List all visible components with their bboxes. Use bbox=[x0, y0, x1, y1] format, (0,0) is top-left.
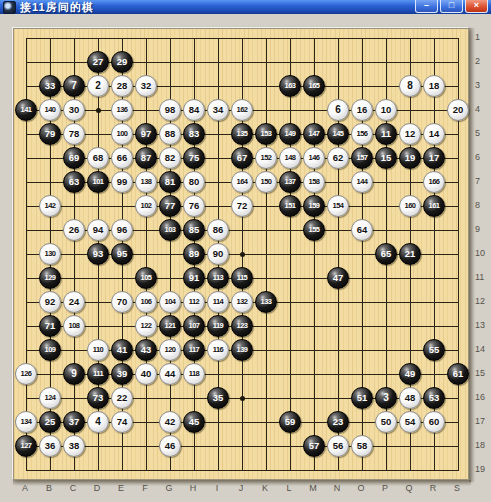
move-number: 101 bbox=[92, 178, 103, 186]
move-number: 107 bbox=[188, 322, 199, 330]
stone-white-88: 88 bbox=[159, 123, 181, 145]
move-number: 37 bbox=[69, 417, 80, 427]
stone-white-44: 44 bbox=[159, 363, 181, 385]
stone-black-159: 159 bbox=[303, 195, 325, 217]
move-number: 120 bbox=[164, 346, 175, 354]
stone-white-76: 76 bbox=[183, 195, 205, 217]
move-number: 42 bbox=[165, 417, 176, 427]
move-number: 76 bbox=[189, 201, 200, 211]
move-number: 59 bbox=[285, 417, 296, 427]
move-number: 121 bbox=[164, 322, 175, 330]
stone-white-148: 148 bbox=[279, 147, 301, 169]
column-label: D bbox=[89, 483, 105, 493]
move-number: 93 bbox=[93, 249, 104, 259]
stone-white-34: 34 bbox=[207, 99, 229, 121]
move-number: 119 bbox=[213, 322, 224, 330]
move-number: 115 bbox=[237, 274, 248, 282]
move-number: 48 bbox=[405, 393, 416, 403]
move-number: 140 bbox=[44, 106, 55, 114]
row-label: 17 bbox=[475, 416, 491, 427]
stone-black-119: 119 bbox=[207, 315, 229, 337]
row-label: 4 bbox=[475, 104, 491, 115]
stone-black-37: 37 bbox=[63, 411, 85, 433]
stone-white-152: 152 bbox=[255, 147, 277, 169]
column-label: K bbox=[257, 483, 273, 493]
stone-white-90: 90 bbox=[207, 243, 229, 265]
stone-black-11: 11 bbox=[375, 123, 397, 145]
move-number: 24 bbox=[69, 297, 80, 307]
column-coordinates: ABCDEFGHIJKLMNOPQRS bbox=[13, 481, 469, 497]
column-label: F bbox=[137, 483, 153, 493]
move-number: 88 bbox=[165, 129, 176, 139]
stone-white-160: 160 bbox=[399, 195, 421, 217]
row-label: 11 bbox=[475, 272, 491, 283]
minimize-button[interactable]: – bbox=[415, 0, 438, 13]
app-window: 接11房间的棋 – □ × 23467891011121415161718192… bbox=[0, 0, 491, 502]
stone-black-45: 45 bbox=[183, 411, 205, 433]
stone-black-57: 57 bbox=[303, 435, 325, 457]
move-number: 141 bbox=[20, 106, 31, 114]
column-label: J bbox=[233, 483, 249, 493]
move-number: 158 bbox=[308, 178, 319, 186]
move-number: 102 bbox=[140, 202, 151, 210]
stone-black-19: 19 bbox=[399, 147, 421, 169]
move-number: 80 bbox=[189, 177, 200, 187]
move-number: 4 bbox=[95, 417, 101, 427]
stone-black-163: 163 bbox=[279, 75, 301, 97]
move-number: 132 bbox=[236, 298, 247, 306]
move-number: 151 bbox=[284, 202, 295, 210]
stone-white-12: 12 bbox=[399, 123, 421, 145]
move-number: 148 bbox=[284, 154, 295, 162]
stone-black-61: 61 bbox=[447, 363, 469, 385]
move-number: 165 bbox=[308, 82, 319, 90]
stone-black-35: 35 bbox=[207, 387, 229, 409]
stone-black-133: 133 bbox=[255, 291, 277, 313]
stone-black-83: 83 bbox=[183, 123, 205, 145]
column-label: G bbox=[161, 483, 177, 493]
stone-white-124: 124 bbox=[39, 387, 61, 409]
move-number: 122 bbox=[140, 322, 151, 330]
move-number: 30 bbox=[69, 105, 80, 115]
stone-white-126: 126 bbox=[15, 363, 37, 385]
stone-white-94: 94 bbox=[87, 219, 109, 241]
move-number: 159 bbox=[308, 202, 319, 210]
stone-black-139: 139 bbox=[231, 339, 253, 361]
move-number: 91 bbox=[189, 273, 200, 283]
row-label: 15 bbox=[475, 368, 491, 379]
stone-black-137: 137 bbox=[279, 171, 301, 193]
move-number: 66 bbox=[117, 153, 128, 163]
stone-black-165: 165 bbox=[303, 75, 325, 97]
stone-white-50: 50 bbox=[375, 411, 397, 433]
move-number: 109 bbox=[44, 346, 55, 354]
move-number: 139 bbox=[236, 346, 247, 354]
grid-line-horizontal bbox=[26, 446, 459, 447]
star-point bbox=[96, 108, 101, 113]
row-label: 12 bbox=[475, 296, 491, 307]
stone-black-123: 123 bbox=[231, 315, 253, 337]
stone-black-47: 47 bbox=[327, 267, 349, 289]
move-number: 137 bbox=[284, 178, 295, 186]
move-number: 74 bbox=[117, 417, 128, 427]
move-number: 6 bbox=[335, 105, 341, 115]
title-bar: 接11房间的棋 – □ × bbox=[0, 0, 491, 14]
stone-black-17: 17 bbox=[423, 147, 445, 169]
stone-white-32: 32 bbox=[135, 75, 157, 97]
maximize-button[interactable]: □ bbox=[440, 0, 463, 13]
stone-white-130: 130 bbox=[39, 243, 61, 265]
stone-white-8: 8 bbox=[399, 75, 421, 97]
move-number: 126 bbox=[20, 370, 31, 378]
column-label: R bbox=[425, 483, 441, 493]
stone-white-18: 18 bbox=[423, 75, 445, 97]
row-label: 5 bbox=[475, 128, 491, 139]
stone-black-77: 77 bbox=[159, 195, 181, 217]
move-number: 33 bbox=[45, 81, 56, 91]
stone-black-49: 49 bbox=[399, 363, 421, 385]
move-number: 92 bbox=[45, 297, 56, 307]
move-number: 3 bbox=[383, 393, 389, 403]
move-number: 62 bbox=[333, 153, 344, 163]
stone-white-112: 112 bbox=[183, 291, 205, 313]
move-number: 22 bbox=[117, 393, 128, 403]
move-number: 155 bbox=[308, 226, 319, 234]
stone-white-164: 164 bbox=[231, 171, 253, 193]
stone-white-42: 42 bbox=[159, 411, 181, 433]
stone-white-66: 66 bbox=[111, 147, 133, 169]
column-label: C bbox=[65, 483, 81, 493]
stone-black-115: 115 bbox=[231, 267, 253, 289]
move-number: 118 bbox=[189, 370, 200, 378]
move-number: 47 bbox=[333, 273, 344, 283]
move-number: 95 bbox=[117, 249, 128, 259]
move-number: 65 bbox=[381, 249, 392, 259]
stone-white-96: 96 bbox=[111, 219, 133, 241]
move-number: 106 bbox=[140, 298, 151, 306]
move-number: 46 bbox=[165, 441, 176, 451]
stone-white-82: 82 bbox=[159, 147, 181, 169]
move-number: 7 bbox=[71, 81, 77, 91]
stone-white-122: 122 bbox=[135, 315, 157, 337]
move-number: 134 bbox=[20, 418, 31, 426]
move-number: 38 bbox=[69, 441, 80, 451]
stone-black-101: 101 bbox=[87, 171, 109, 193]
move-number: 77 bbox=[165, 201, 176, 211]
move-number: 86 bbox=[213, 225, 224, 235]
column-label: H bbox=[185, 483, 201, 493]
move-number: 156 bbox=[356, 130, 367, 138]
stone-black-93: 93 bbox=[87, 243, 109, 265]
stone-white-22: 22 bbox=[111, 387, 133, 409]
row-label: 9 bbox=[475, 224, 491, 235]
stone-white-106: 106 bbox=[135, 291, 157, 313]
stone-white-40: 40 bbox=[135, 363, 157, 385]
stone-black-9: 9 bbox=[63, 363, 85, 385]
move-number: 133 bbox=[260, 298, 271, 306]
move-number: 55 bbox=[429, 345, 440, 355]
stone-black-71: 71 bbox=[39, 315, 61, 337]
column-label: O bbox=[353, 483, 369, 493]
column-label: B bbox=[41, 483, 57, 493]
move-number: 21 bbox=[405, 249, 416, 259]
stone-white-56: 56 bbox=[327, 435, 349, 457]
move-number: 129 bbox=[44, 274, 55, 282]
stone-white-142: 142 bbox=[39, 195, 61, 217]
stone-white-2: 2 bbox=[87, 75, 109, 97]
stone-white-120: 120 bbox=[159, 339, 181, 361]
move-number: 73 bbox=[93, 393, 104, 403]
stone-black-111: 111 bbox=[87, 363, 109, 385]
grid-line-vertical bbox=[290, 38, 291, 471]
stone-black-73: 73 bbox=[87, 387, 109, 409]
move-number: 117 bbox=[189, 346, 200, 354]
stone-black-155: 155 bbox=[303, 219, 325, 241]
stone-black-135: 135 bbox=[231, 123, 253, 145]
move-number: 20 bbox=[453, 105, 464, 115]
move-number: 43 bbox=[141, 345, 152, 355]
stone-black-59: 59 bbox=[279, 411, 301, 433]
grid-line-vertical bbox=[314, 38, 315, 471]
row-label: 14 bbox=[475, 344, 491, 355]
stone-white-74: 74 bbox=[111, 411, 133, 433]
stone-black-127: 127 bbox=[15, 435, 37, 457]
stone-white-86: 86 bbox=[207, 219, 229, 241]
move-number: 96 bbox=[117, 225, 128, 235]
move-number: 29 bbox=[117, 57, 128, 67]
move-number: 87 bbox=[141, 153, 152, 163]
column-label: S bbox=[449, 483, 465, 493]
stone-white-146: 146 bbox=[303, 147, 325, 169]
move-number: 28 bbox=[117, 81, 128, 91]
move-number: 72 bbox=[237, 201, 248, 211]
move-number: 142 bbox=[44, 202, 55, 210]
column-label: E bbox=[113, 483, 129, 493]
move-number: 83 bbox=[189, 129, 200, 139]
stone-black-65: 65 bbox=[375, 243, 397, 265]
row-label: 19 bbox=[475, 464, 491, 475]
move-number: 12 bbox=[405, 129, 416, 139]
move-number: 16 bbox=[357, 105, 368, 115]
stone-white-136: 136 bbox=[111, 99, 133, 121]
stone-white-36: 36 bbox=[39, 435, 61, 457]
move-number: 147 bbox=[308, 130, 319, 138]
move-number: 100 bbox=[116, 130, 127, 138]
row-coordinates: 12345678910111213141516171819 bbox=[470, 28, 491, 480]
move-number: 111 bbox=[93, 370, 103, 378]
move-number: 69 bbox=[69, 153, 80, 163]
stone-white-26: 26 bbox=[63, 219, 85, 241]
row-label: 7 bbox=[475, 176, 491, 187]
move-number: 34 bbox=[213, 105, 224, 115]
row-label: 3 bbox=[475, 80, 491, 91]
move-number: 144 bbox=[356, 178, 367, 186]
move-number: 18 bbox=[429, 81, 440, 91]
stone-black-27: 27 bbox=[87, 51, 109, 73]
move-number: 84 bbox=[189, 105, 200, 115]
move-number: 17 bbox=[429, 153, 440, 163]
move-number: 15 bbox=[381, 153, 392, 163]
move-number: 94 bbox=[93, 225, 104, 235]
close-button[interactable]: × bbox=[465, 0, 488, 13]
stone-white-60: 60 bbox=[423, 411, 445, 433]
stone-white-98: 98 bbox=[159, 99, 181, 121]
stone-white-118: 118 bbox=[183, 363, 205, 385]
move-number: 90 bbox=[213, 249, 224, 259]
stone-white-64: 64 bbox=[351, 219, 373, 241]
stone-black-149: 149 bbox=[279, 123, 301, 145]
stone-black-89: 89 bbox=[183, 243, 205, 265]
move-number: 49 bbox=[405, 369, 416, 379]
go-board[interactable]: 2346789101112141516171819202122232425262… bbox=[13, 28, 469, 480]
move-number: 116 bbox=[213, 346, 224, 354]
stone-white-102: 102 bbox=[135, 195, 157, 217]
stone-black-103: 103 bbox=[159, 219, 181, 241]
move-number: 99 bbox=[117, 177, 128, 187]
stone-black-161: 161 bbox=[423, 195, 445, 217]
stone-white-166: 166 bbox=[423, 171, 445, 193]
stone-black-97: 97 bbox=[135, 123, 157, 145]
stone-black-121: 121 bbox=[159, 315, 181, 337]
move-number: 112 bbox=[189, 298, 200, 306]
stone-white-138: 138 bbox=[135, 171, 157, 193]
move-number: 157 bbox=[356, 154, 367, 162]
stone-white-99: 99 bbox=[111, 171, 133, 193]
window-title: 接11房间的棋 bbox=[20, 0, 94, 14]
stone-white-68: 68 bbox=[87, 147, 109, 169]
stone-white-48: 48 bbox=[399, 387, 421, 409]
stone-white-108: 108 bbox=[63, 315, 85, 337]
stone-black-69: 69 bbox=[63, 147, 85, 169]
move-number: 35 bbox=[213, 393, 224, 403]
stone-black-113: 113 bbox=[207, 267, 229, 289]
move-number: 153 bbox=[260, 130, 271, 138]
stone-white-14: 14 bbox=[423, 123, 445, 145]
stone-black-53: 53 bbox=[423, 387, 445, 409]
move-number: 82 bbox=[165, 153, 176, 163]
move-number: 71 bbox=[45, 321, 56, 331]
move-number: 10 bbox=[381, 105, 392, 115]
move-number: 45 bbox=[189, 417, 200, 427]
stone-white-104: 104 bbox=[159, 291, 181, 313]
row-label: 18 bbox=[475, 440, 491, 451]
stone-black-95: 95 bbox=[111, 243, 133, 265]
stone-black-145: 145 bbox=[327, 123, 349, 145]
move-number: 57 bbox=[309, 441, 320, 451]
move-number: 97 bbox=[141, 129, 152, 139]
stone-white-144: 144 bbox=[351, 171, 373, 193]
move-number: 14 bbox=[429, 129, 440, 139]
stone-black-105: 105 bbox=[135, 267, 157, 289]
grid-line-horizontal bbox=[26, 470, 459, 471]
move-number: 154 bbox=[332, 202, 343, 210]
stone-white-54: 54 bbox=[399, 411, 421, 433]
stone-white-134: 134 bbox=[15, 411, 37, 433]
stone-white-162: 162 bbox=[231, 99, 253, 121]
row-label: 13 bbox=[475, 320, 491, 331]
move-number: 40 bbox=[141, 369, 152, 379]
row-label: 10 bbox=[475, 248, 491, 259]
row-label: 16 bbox=[475, 392, 491, 403]
stone-white-6: 6 bbox=[327, 99, 349, 121]
stone-white-38: 38 bbox=[63, 435, 85, 457]
stone-white-46: 46 bbox=[159, 435, 181, 457]
stone-white-62: 62 bbox=[327, 147, 349, 169]
row-label: 6 bbox=[475, 152, 491, 163]
stone-black-55: 55 bbox=[423, 339, 445, 361]
move-number: 114 bbox=[213, 298, 224, 306]
stone-white-58: 58 bbox=[351, 435, 373, 457]
stone-black-129: 129 bbox=[39, 267, 61, 289]
move-number: 89 bbox=[189, 249, 200, 259]
move-number: 113 bbox=[213, 274, 224, 282]
stone-white-84: 84 bbox=[183, 99, 205, 121]
star-point bbox=[240, 396, 245, 401]
move-number: 61 bbox=[453, 369, 464, 379]
move-number: 60 bbox=[429, 417, 440, 427]
stone-white-140: 140 bbox=[39, 99, 61, 121]
move-number: 160 bbox=[404, 202, 415, 210]
move-number: 63 bbox=[69, 177, 80, 187]
stone-white-24: 24 bbox=[63, 291, 85, 313]
stone-white-154: 154 bbox=[327, 195, 349, 217]
move-number: 27 bbox=[93, 57, 104, 67]
move-number: 149 bbox=[284, 130, 295, 138]
move-number: 135 bbox=[236, 130, 247, 138]
move-number: 150 bbox=[260, 178, 271, 186]
stone-black-7: 7 bbox=[63, 75, 85, 97]
move-number: 145 bbox=[332, 130, 343, 138]
move-number: 104 bbox=[164, 298, 175, 306]
star-point bbox=[240, 252, 245, 257]
stone-white-100: 100 bbox=[111, 123, 133, 145]
stone-black-43: 43 bbox=[135, 339, 157, 361]
move-number: 146 bbox=[308, 154, 319, 162]
move-number: 124 bbox=[44, 394, 55, 402]
move-number: 25 bbox=[45, 417, 56, 427]
stone-white-28: 28 bbox=[111, 75, 133, 97]
stone-black-147: 147 bbox=[303, 123, 325, 145]
window-controls: – □ × bbox=[415, 0, 488, 13]
column-label: P bbox=[377, 483, 393, 493]
grid-line-vertical bbox=[266, 38, 267, 471]
move-number: 58 bbox=[357, 441, 368, 451]
move-number: 68 bbox=[93, 153, 104, 163]
move-number: 105 bbox=[140, 274, 151, 282]
move-number: 39 bbox=[117, 369, 128, 379]
column-label: A bbox=[17, 483, 33, 493]
column-label: Q bbox=[401, 483, 417, 493]
move-number: 81 bbox=[165, 177, 176, 187]
move-number: 36 bbox=[45, 441, 56, 451]
row-label: 2 bbox=[475, 56, 491, 67]
stone-white-30: 30 bbox=[63, 99, 85, 121]
move-number: 161 bbox=[428, 202, 439, 210]
move-number: 127 bbox=[20, 442, 31, 450]
stone-white-16: 16 bbox=[351, 99, 373, 121]
stone-white-4: 4 bbox=[87, 411, 109, 433]
move-number: 64 bbox=[357, 225, 368, 235]
stone-black-51: 51 bbox=[351, 387, 373, 409]
stone-black-63: 63 bbox=[63, 171, 85, 193]
stone-white-92: 92 bbox=[39, 291, 61, 313]
stone-black-91: 91 bbox=[183, 267, 205, 289]
move-number: 56 bbox=[333, 441, 344, 451]
move-number: 9 bbox=[71, 369, 77, 379]
column-label: I bbox=[209, 483, 225, 493]
stone-black-39: 39 bbox=[111, 363, 133, 385]
move-number: 23 bbox=[333, 417, 344, 427]
